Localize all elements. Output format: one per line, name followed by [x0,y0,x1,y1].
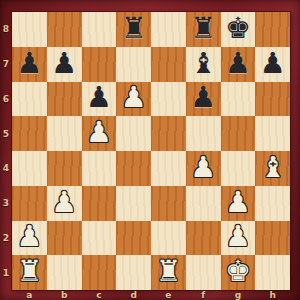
square-d3[interactable] [116,186,151,221]
square-g2[interactable]: ♟ [221,221,256,256]
square-b5[interactable] [47,116,82,151]
square-e1[interactable]: ♜ [151,255,186,290]
square-b1[interactable] [47,255,82,290]
file-label-f: f [186,290,221,300]
square-b3[interactable]: ♟ [47,186,82,221]
square-f5[interactable] [186,116,221,151]
file-label-d: d [116,290,151,300]
square-a6[interactable] [12,82,47,117]
piece-white-pawn[interactable]: ♟ [190,153,216,182]
square-d1[interactable] [116,255,151,290]
square-d5[interactable] [116,116,151,151]
square-g1[interactable]: ♚ [221,255,256,290]
square-h6[interactable] [255,82,290,117]
file-label-e: e [151,290,186,300]
piece-black-bishop[interactable]: ♝ [190,49,216,78]
square-e3[interactable] [151,186,186,221]
piece-black-pawn[interactable]: ♟ [225,49,251,78]
piece-black-rook[interactable]: ♜ [121,14,147,43]
piece-black-pawn[interactable]: ♟ [190,83,216,112]
rank-label-4: 4 [0,151,12,186]
piece-white-pawn[interactable]: ♟ [86,118,112,147]
file-label-b: b [47,290,82,300]
square-h8[interactable] [255,12,290,47]
piece-black-pawn[interactable]: ♟ [86,83,112,112]
square-h1[interactable] [255,255,290,290]
square-e2[interactable] [151,221,186,256]
rank-label-5: 5 [0,116,12,151]
piece-white-pawn[interactable]: ♟ [51,188,77,217]
rank-label-7: 7 [0,47,12,82]
square-f7[interactable]: ♝ [186,47,221,82]
file-label-h: h [255,290,290,300]
square-f4[interactable]: ♟ [186,151,221,186]
piece-white-pawn[interactable]: ♟ [225,188,251,217]
square-f1[interactable] [186,255,221,290]
chess-board-frame: ♜♜♚♟♟♝♟♟♟♟♟♟♟♝♟♟♟♟♜♜♚ 87654321 abcdefgh [0,0,300,300]
square-b7[interactable]: ♟ [47,47,82,82]
square-a1[interactable]: ♜ [12,255,47,290]
square-c3[interactable] [82,186,117,221]
square-f8[interactable]: ♜ [186,12,221,47]
square-g4[interactable] [221,151,256,186]
square-d4[interactable] [116,151,151,186]
piece-black-king[interactable]: ♚ [225,14,251,43]
square-a4[interactable] [12,151,47,186]
square-g5[interactable] [221,116,256,151]
piece-white-pawn[interactable]: ♟ [225,222,251,251]
piece-white-bishop[interactable]: ♝ [260,153,286,182]
piece-black-pawn[interactable]: ♟ [260,49,286,78]
square-g3[interactable]: ♟ [221,186,256,221]
square-c7[interactable] [82,47,117,82]
square-a5[interactable] [12,116,47,151]
rank-label-3: 3 [0,186,12,221]
square-d7[interactable] [116,47,151,82]
square-c8[interactable] [82,12,117,47]
piece-white-king[interactable]: ♚ [225,257,251,286]
square-b6[interactable] [47,82,82,117]
square-a7[interactable]: ♟ [12,47,47,82]
square-b2[interactable] [47,221,82,256]
square-e7[interactable] [151,47,186,82]
piece-white-rook[interactable]: ♜ [16,257,42,286]
square-b4[interactable] [47,151,82,186]
rank-label-8: 8 [0,12,12,47]
square-c6[interactable]: ♟ [82,82,117,117]
square-f3[interactable] [186,186,221,221]
square-h4[interactable]: ♝ [255,151,290,186]
square-b8[interactable] [47,12,82,47]
piece-white-pawn[interactable]: ♟ [121,83,147,112]
chess-board: ♜♜♚♟♟♝♟♟♟♟♟♟♟♝♟♟♟♟♜♜♚ [12,12,290,290]
square-f2[interactable] [186,221,221,256]
square-a8[interactable] [12,12,47,47]
square-e6[interactable] [151,82,186,117]
rank-label-2: 2 [0,221,12,256]
square-c1[interactable] [82,255,117,290]
square-d2[interactable] [116,221,151,256]
piece-white-rook[interactable]: ♜ [155,257,181,286]
square-d8[interactable]: ♜ [116,12,151,47]
file-label-a: a [12,290,47,300]
square-e4[interactable] [151,151,186,186]
square-c4[interactable] [82,151,117,186]
piece-black-pawn[interactable]: ♟ [16,49,42,78]
square-h7[interactable]: ♟ [255,47,290,82]
piece-black-pawn[interactable]: ♟ [51,49,77,78]
square-h2[interactable] [255,221,290,256]
square-e8[interactable] [151,12,186,47]
rank-label-6: 6 [0,82,12,117]
square-g8[interactable]: ♚ [221,12,256,47]
square-f6[interactable]: ♟ [186,82,221,117]
square-e5[interactable] [151,116,186,151]
piece-white-pawn[interactable]: ♟ [16,222,42,251]
square-c5[interactable]: ♟ [82,116,117,151]
piece-black-rook[interactable]: ♜ [190,14,216,43]
square-g7[interactable]: ♟ [221,47,256,82]
file-label-c: c [82,290,117,300]
square-h3[interactable] [255,186,290,221]
square-a2[interactable]: ♟ [12,221,47,256]
file-label-g: g [221,290,256,300]
square-c2[interactable] [82,221,117,256]
square-a3[interactable] [12,186,47,221]
square-d6[interactable]: ♟ [116,82,151,117]
square-h5[interactable] [255,116,290,151]
square-g6[interactable] [221,82,256,117]
rank-label-1: 1 [0,255,12,290]
